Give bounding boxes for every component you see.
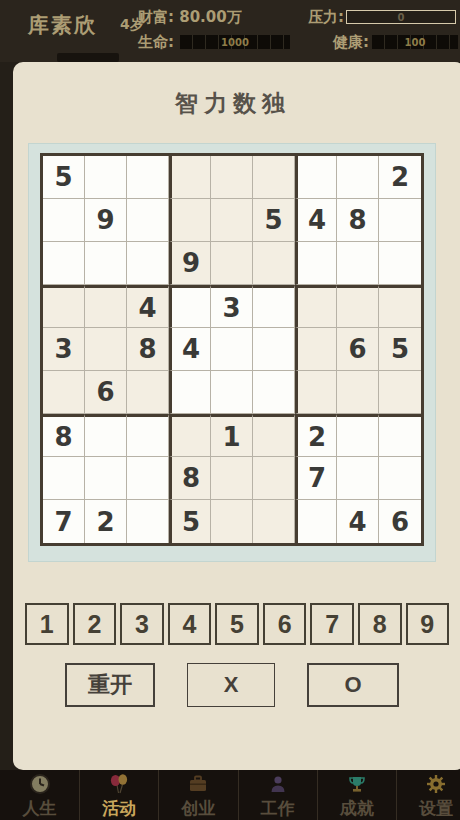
number-button-9[interactable]: 9 (406, 603, 450, 645)
cell-r8c3[interactable] (127, 457, 169, 500)
cell-r5c3[interactable]: 8 (127, 328, 169, 371)
cell-r2c8[interactable]: 8 (337, 199, 379, 242)
balloons-icon (107, 772, 131, 798)
cell-r1c3[interactable] (127, 156, 169, 199)
cell-r2c9[interactable] (379, 199, 421, 242)
life-bar: 1000 (180, 35, 290, 49)
tab-成就[interactable]: 成就 (317, 770, 396, 820)
sudoku-board: 5295489433846568128772546 (40, 153, 424, 546)
cell-r1c2[interactable] (85, 156, 127, 199)
cell-r9c5[interactable] (211, 500, 253, 543)
cell-r4c2[interactable] (85, 285, 127, 328)
cell-r6c6[interactable] (253, 371, 295, 414)
cell-r6c4[interactable] (169, 371, 211, 414)
cell-r7c7[interactable]: 2 (295, 414, 337, 457)
cell-r5c2[interactable] (85, 328, 127, 371)
cell-r7c5[interactable]: 1 (211, 414, 253, 457)
cell-r7c4[interactable] (169, 414, 211, 457)
cell-r8c8[interactable] (337, 457, 379, 500)
cell-r4c4[interactable] (169, 285, 211, 328)
tab-label: 活动 (102, 800, 136, 817)
tab-工作[interactable]: 工作 (238, 770, 317, 820)
status-header: 库素欣 4岁 财富: 80.00万 压力: 0 生命: 1000 健康: 100 (0, 0, 460, 62)
cell-r8c6[interactable] (253, 457, 295, 500)
worker-icon (266, 772, 290, 798)
health-label: 健康: (333, 33, 369, 52)
action-button-row: 重开 X O (13, 663, 460, 709)
cell-r3c2[interactable] (85, 242, 127, 285)
cell-r1c7[interactable] (295, 156, 337, 199)
number-button-5[interactable]: 5 (215, 603, 259, 645)
briefcase-icon (186, 772, 210, 798)
tab-label: 创业 (181, 800, 215, 817)
cell-r3c3[interactable] (127, 242, 169, 285)
cell-r1c6[interactable] (253, 156, 295, 199)
cell-r7c8[interactable] (337, 414, 379, 457)
character-name: 库素欣 (28, 11, 97, 39)
cell-r4c6[interactable] (253, 285, 295, 328)
tab-label: 人生 (23, 800, 57, 817)
number-button-3[interactable]: 3 (120, 603, 164, 645)
bottom-tabbar: 人生活动创业工作成就设置 (0, 770, 460, 820)
life-value: 1000 (221, 37, 249, 48)
dialog-title: 智力数独 (13, 88, 453, 119)
cell-r6c3[interactable] (127, 371, 169, 414)
wealth-value: 80.00万 (179, 8, 241, 26)
confirm-o-button[interactable]: O (307, 663, 399, 707)
cell-r2c1[interactable] (43, 199, 85, 242)
cell-r5c4[interactable]: 4 (169, 328, 211, 371)
cell-r9c2[interactable]: 2 (85, 500, 127, 543)
pressure-label: 压力: (308, 8, 344, 27)
cell-r8c7[interactable]: 7 (295, 457, 337, 500)
tab-人生[interactable]: 人生 (0, 770, 79, 820)
cell-r8c4[interactable]: 8 (169, 457, 211, 500)
wealth-stat: 财富: 80.00万 (138, 8, 242, 27)
tab-设置[interactable]: 设置 (396, 770, 460, 820)
clock-icon (28, 772, 52, 798)
cell-r9c3[interactable] (127, 500, 169, 543)
trophy-icon (345, 772, 369, 798)
cell-r5c8[interactable]: 6 (337, 328, 379, 371)
cell-r3c6[interactable] (253, 242, 295, 285)
cell-r2c3[interactable] (127, 199, 169, 242)
cell-r1c8[interactable] (337, 156, 379, 199)
cell-r1c4[interactable] (169, 156, 211, 199)
cell-r1c9[interactable]: 2 (379, 156, 421, 199)
pressure-bar: 0 (346, 10, 456, 24)
cell-r4c9[interactable] (379, 285, 421, 328)
cell-r9c8[interactable]: 4 (337, 500, 379, 543)
cell-r4c8[interactable] (337, 285, 379, 328)
app-screen: 库素欣 4岁 财富: 80.00万 压力: 0 生命: 1000 健康: 100… (0, 0, 460, 820)
sudoku-dialog: 智力数独 5295489433846568128772546 123456789… (13, 62, 460, 770)
cell-r6c9[interactable] (379, 371, 421, 414)
cell-r2c5[interactable] (211, 199, 253, 242)
cell-r9c6[interactable] (253, 500, 295, 543)
clipped-text-fragment (57, 53, 119, 62)
cell-r3c8[interactable] (337, 242, 379, 285)
cell-r2c4[interactable] (169, 199, 211, 242)
cell-r7c1[interactable]: 8 (43, 414, 85, 457)
cell-r2c6[interactable]: 5 (253, 199, 295, 242)
cell-r5c7[interactable] (295, 328, 337, 371)
cell-r6c2[interactable]: 6 (85, 371, 127, 414)
cell-r8c2[interactable] (85, 457, 127, 500)
cell-r6c5[interactable] (211, 371, 253, 414)
number-button-2[interactable]: 2 (73, 603, 117, 645)
cell-r7c9[interactable] (379, 414, 421, 457)
tab-label: 设置 (419, 800, 453, 817)
cancel-x-button[interactable]: X (187, 663, 275, 707)
cell-r9c1[interactable]: 7 (43, 500, 85, 543)
health-value: 100 (405, 37, 426, 48)
cell-r2c2[interactable]: 9 (85, 199, 127, 242)
tab-创业[interactable]: 创业 (158, 770, 237, 820)
cell-r4c7[interactable] (295, 285, 337, 328)
number-button-1[interactable]: 1 (25, 603, 69, 645)
cell-r5c9[interactable]: 5 (379, 328, 421, 371)
restart-button[interactable]: 重开 (65, 663, 155, 707)
cell-r8c5[interactable] (211, 457, 253, 500)
cell-r7c6[interactable] (253, 414, 295, 457)
cell-r1c5[interactable] (211, 156, 253, 199)
cell-r5c6[interactable] (253, 328, 295, 371)
cell-r5c5[interactable] (211, 328, 253, 371)
cell-r3c5[interactable] (211, 242, 253, 285)
cell-r4c3[interactable]: 4 (127, 285, 169, 328)
board-panel: 5295489433846568128772546 (28, 143, 436, 562)
number-button-row: 123456789 (25, 603, 449, 645)
cell-r8c1[interactable] (43, 457, 85, 500)
tab-label: 成就 (340, 800, 374, 817)
number-button-8[interactable]: 8 (358, 603, 402, 645)
cell-r9c9[interactable]: 6 (379, 500, 421, 543)
life-label: 生命: (138, 33, 174, 52)
cell-r8c9[interactable] (379, 457, 421, 500)
number-button-6[interactable]: 6 (263, 603, 307, 645)
cell-r3c7[interactable] (295, 242, 337, 285)
number-button-7[interactable]: 7 (310, 603, 354, 645)
cell-r3c9[interactable] (379, 242, 421, 285)
cell-r4c1[interactable] (43, 285, 85, 328)
number-button-4[interactable]: 4 (168, 603, 212, 645)
wealth-label: 财富: (138, 8, 174, 26)
health-bar: 100 (372, 35, 458, 49)
cell-r6c8[interactable] (337, 371, 379, 414)
cell-r2c7[interactable]: 4 (295, 199, 337, 242)
tab-label: 工作 (261, 800, 295, 817)
cell-r7c2[interactable] (85, 414, 127, 457)
cell-r6c1[interactable] (43, 371, 85, 414)
cell-r4c5[interactable]: 3 (211, 285, 253, 328)
tab-活动[interactable]: 活动 (79, 770, 158, 820)
cell-r7c3[interactable] (127, 414, 169, 457)
cell-r6c7[interactable] (295, 371, 337, 414)
cell-r9c7[interactable] (295, 500, 337, 543)
cell-r3c1[interactable] (43, 242, 85, 285)
cell-r1c1[interactable]: 5 (43, 156, 85, 199)
cell-r3c4[interactable]: 9 (169, 242, 211, 285)
cell-r5c1[interactable]: 3 (43, 328, 85, 371)
cell-r9c4[interactable]: 5 (169, 500, 211, 543)
pressure-value: 0 (398, 12, 405, 23)
gear-icon (424, 772, 448, 798)
